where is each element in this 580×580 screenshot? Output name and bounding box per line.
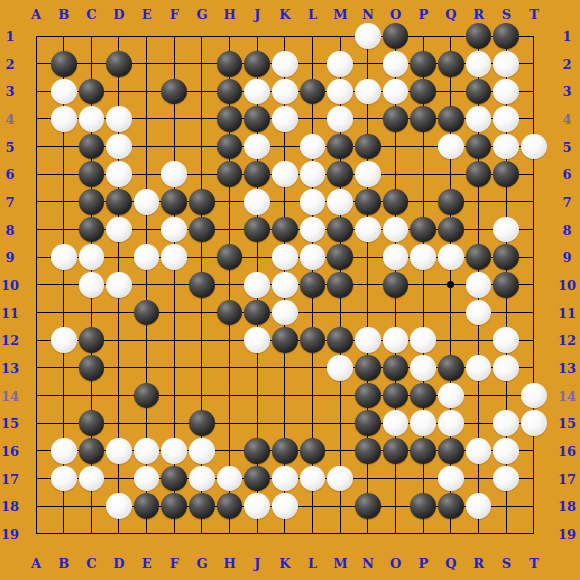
- intersection-P6[interactable]: [409, 160, 437, 188]
- intersection-A2[interactable]: [22, 50, 50, 78]
- intersection-C1[interactable]: [78, 22, 106, 50]
- intersection-C5[interactable]: [78, 133, 106, 161]
- intersection-L13[interactable]: [299, 354, 327, 382]
- intersection-Q15[interactable]: [437, 409, 465, 437]
- intersection-A1[interactable]: [22, 22, 50, 50]
- intersection-N4[interactable]: [354, 105, 382, 133]
- intersection-A19[interactable]: [22, 520, 50, 548]
- intersection-G3[interactable]: [188, 78, 216, 106]
- intersection-N15[interactable]: [354, 409, 382, 437]
- intersection-B11[interactable]: [50, 299, 78, 327]
- intersection-F17[interactable]: [160, 465, 188, 493]
- intersection-R12[interactable]: [465, 326, 493, 354]
- intersection-B2[interactable]: [50, 50, 78, 78]
- intersection-P12[interactable]: [409, 326, 437, 354]
- intersection-G10[interactable]: [188, 271, 216, 299]
- intersection-Q14[interactable]: [437, 382, 465, 410]
- intersection-A14[interactable]: [22, 382, 50, 410]
- intersection-D19[interactable]: [105, 520, 133, 548]
- intersection-R7[interactable]: [465, 188, 493, 216]
- intersection-M11[interactable]: [326, 299, 354, 327]
- intersection-A12[interactable]: [22, 326, 50, 354]
- intersection-S12[interactable]: [492, 326, 520, 354]
- intersection-O2[interactable]: [382, 50, 410, 78]
- intersection-A18[interactable]: [22, 492, 50, 520]
- intersection-P9[interactable]: [409, 243, 437, 271]
- intersection-Q7[interactable]: [437, 188, 465, 216]
- intersection-H9[interactable]: [216, 243, 244, 271]
- intersection-Q1[interactable]: [437, 22, 465, 50]
- intersection-C11[interactable]: [78, 299, 106, 327]
- intersection-F5[interactable]: [160, 133, 188, 161]
- intersection-P14[interactable]: [409, 382, 437, 410]
- intersection-J18[interactable]: [243, 492, 271, 520]
- intersection-R14[interactable]: [465, 382, 493, 410]
- intersection-K14[interactable]: [271, 382, 299, 410]
- intersection-M5[interactable]: [326, 133, 354, 161]
- intersection-D6[interactable]: [105, 160, 133, 188]
- intersection-T8[interactable]: [520, 216, 548, 244]
- intersection-M8[interactable]: [326, 216, 354, 244]
- intersection-J15[interactable]: [243, 409, 271, 437]
- intersection-S10[interactable]: [492, 271, 520, 299]
- intersection-F1[interactable]: [160, 22, 188, 50]
- intersection-K15[interactable]: [271, 409, 299, 437]
- intersection-J3[interactable]: [243, 78, 271, 106]
- intersection-G17[interactable]: [188, 465, 216, 493]
- intersection-B19[interactable]: [50, 520, 78, 548]
- intersection-S2[interactable]: [492, 50, 520, 78]
- intersection-S18[interactable]: [492, 492, 520, 520]
- intersection-M7[interactable]: [326, 188, 354, 216]
- intersection-A16[interactable]: [22, 437, 50, 465]
- intersection-T5[interactable]: [520, 133, 548, 161]
- intersection-L9[interactable]: [299, 243, 327, 271]
- intersection-J13[interactable]: [243, 354, 271, 382]
- intersection-D2[interactable]: [105, 50, 133, 78]
- intersection-F16[interactable]: [160, 437, 188, 465]
- intersection-N19[interactable]: [354, 520, 382, 548]
- intersection-F18[interactable]: [160, 492, 188, 520]
- intersection-O3[interactable]: [382, 78, 410, 106]
- intersection-T17[interactable]: [520, 465, 548, 493]
- intersection-C7[interactable]: [78, 188, 106, 216]
- intersection-G9[interactable]: [188, 243, 216, 271]
- intersection-S14[interactable]: [492, 382, 520, 410]
- intersection-T2[interactable]: [520, 50, 548, 78]
- intersection-K19[interactable]: [271, 520, 299, 548]
- intersection-H13[interactable]: [216, 354, 244, 382]
- intersection-D7[interactable]: [105, 188, 133, 216]
- intersection-T18[interactable]: [520, 492, 548, 520]
- intersection-K10[interactable]: [271, 271, 299, 299]
- intersection-S5[interactable]: [492, 133, 520, 161]
- intersection-S11[interactable]: [492, 299, 520, 327]
- intersection-D10[interactable]: [105, 271, 133, 299]
- intersection-D4[interactable]: [105, 105, 133, 133]
- intersection-N7[interactable]: [354, 188, 382, 216]
- intersection-E11[interactable]: [133, 299, 161, 327]
- intersection-G14[interactable]: [188, 382, 216, 410]
- intersection-M16[interactable]: [326, 437, 354, 465]
- intersection-N8[interactable]: [354, 216, 382, 244]
- intersection-J5[interactable]: [243, 133, 271, 161]
- intersection-G18[interactable]: [188, 492, 216, 520]
- intersection-J9[interactable]: [243, 243, 271, 271]
- intersection-C17[interactable]: [78, 465, 106, 493]
- intersection-E6[interactable]: [133, 160, 161, 188]
- intersection-E16[interactable]: [133, 437, 161, 465]
- intersection-F14[interactable]: [160, 382, 188, 410]
- intersection-O13[interactable]: [382, 354, 410, 382]
- intersection-B5[interactable]: [50, 133, 78, 161]
- intersection-H8[interactable]: [216, 216, 244, 244]
- intersection-R5[interactable]: [465, 133, 493, 161]
- intersection-F9[interactable]: [160, 243, 188, 271]
- intersection-L16[interactable]: [299, 437, 327, 465]
- intersection-D15[interactable]: [105, 409, 133, 437]
- intersection-S17[interactable]: [492, 465, 520, 493]
- intersection-N6[interactable]: [354, 160, 382, 188]
- intersection-R4[interactable]: [465, 105, 493, 133]
- intersection-P10[interactable]: [409, 271, 437, 299]
- intersection-A3[interactable]: [22, 78, 50, 106]
- intersection-O19[interactable]: [382, 520, 410, 548]
- intersection-E3[interactable]: [133, 78, 161, 106]
- intersection-Q13[interactable]: [437, 354, 465, 382]
- intersection-R13[interactable]: [465, 354, 493, 382]
- intersection-A11[interactable]: [22, 299, 50, 327]
- intersection-F4[interactable]: [160, 105, 188, 133]
- intersection-F7[interactable]: [160, 188, 188, 216]
- intersection-J17[interactable]: [243, 465, 271, 493]
- intersection-O18[interactable]: [382, 492, 410, 520]
- intersection-H14[interactable]: [216, 382, 244, 410]
- intersection-F19[interactable]: [160, 520, 188, 548]
- intersection-R8[interactable]: [465, 216, 493, 244]
- intersection-B15[interactable]: [50, 409, 78, 437]
- intersection-S1[interactable]: [492, 22, 520, 50]
- intersection-B9[interactable]: [50, 243, 78, 271]
- intersection-P13[interactable]: [409, 354, 437, 382]
- intersection-T6[interactable]: [520, 160, 548, 188]
- intersection-B14[interactable]: [50, 382, 78, 410]
- intersection-O16[interactable]: [382, 437, 410, 465]
- intersection-R15[interactable]: [465, 409, 493, 437]
- intersection-G5[interactable]: [188, 133, 216, 161]
- intersection-E14[interactable]: [133, 382, 161, 410]
- intersection-A9[interactable]: [22, 243, 50, 271]
- intersection-P11[interactable]: [409, 299, 437, 327]
- intersection-P17[interactable]: [409, 465, 437, 493]
- intersection-L8[interactable]: [299, 216, 327, 244]
- intersection-P16[interactable]: [409, 437, 437, 465]
- intersection-B13[interactable]: [50, 354, 78, 382]
- intersection-J16[interactable]: [243, 437, 271, 465]
- intersection-M4[interactable]: [326, 105, 354, 133]
- intersection-M17[interactable]: [326, 465, 354, 493]
- intersection-O4[interactable]: [382, 105, 410, 133]
- intersection-M10[interactable]: [326, 271, 354, 299]
- intersection-A7[interactable]: [22, 188, 50, 216]
- intersection-C14[interactable]: [78, 382, 106, 410]
- intersection-C9[interactable]: [78, 243, 106, 271]
- intersection-T1[interactable]: [520, 22, 548, 50]
- intersection-L14[interactable]: [299, 382, 327, 410]
- intersection-B3[interactable]: [50, 78, 78, 106]
- intersection-O9[interactable]: [382, 243, 410, 271]
- intersection-B1[interactable]: [50, 22, 78, 50]
- intersection-O7[interactable]: [382, 188, 410, 216]
- intersection-E7[interactable]: [133, 188, 161, 216]
- intersection-S16[interactable]: [492, 437, 520, 465]
- intersection-K1[interactable]: [271, 22, 299, 50]
- intersection-B17[interactable]: [50, 465, 78, 493]
- intersection-E10[interactable]: [133, 271, 161, 299]
- intersection-E5[interactable]: [133, 133, 161, 161]
- intersection-N12[interactable]: [354, 326, 382, 354]
- intersection-O5[interactable]: [382, 133, 410, 161]
- intersection-S8[interactable]: [492, 216, 520, 244]
- intersection-J2[interactable]: [243, 50, 271, 78]
- intersection-L3[interactable]: [299, 78, 327, 106]
- intersection-M13[interactable]: [326, 354, 354, 382]
- intersection-Q2[interactable]: [437, 50, 465, 78]
- intersection-P3[interactable]: [409, 78, 437, 106]
- intersection-G1[interactable]: [188, 22, 216, 50]
- intersection-K6[interactable]: [271, 160, 299, 188]
- intersection-R1[interactable]: [465, 22, 493, 50]
- intersection-F11[interactable]: [160, 299, 188, 327]
- intersection-P4[interactable]: [409, 105, 437, 133]
- intersection-N17[interactable]: [354, 465, 382, 493]
- intersection-A17[interactable]: [22, 465, 50, 493]
- intersection-M9[interactable]: [326, 243, 354, 271]
- intersection-N10[interactable]: [354, 271, 382, 299]
- intersection-H15[interactable]: [216, 409, 244, 437]
- intersection-P15[interactable]: [409, 409, 437, 437]
- intersection-N9[interactable]: [354, 243, 382, 271]
- intersection-O15[interactable]: [382, 409, 410, 437]
- intersection-R3[interactable]: [465, 78, 493, 106]
- intersection-E9[interactable]: [133, 243, 161, 271]
- intersection-L6[interactable]: [299, 160, 327, 188]
- intersection-R2[interactable]: [465, 50, 493, 78]
- intersection-H7[interactable]: [216, 188, 244, 216]
- intersection-Q11[interactable]: [437, 299, 465, 327]
- intersection-K2[interactable]: [271, 50, 299, 78]
- intersection-J1[interactable]: [243, 22, 271, 50]
- intersection-C18[interactable]: [78, 492, 106, 520]
- intersection-S19[interactable]: [492, 520, 520, 548]
- intersection-K13[interactable]: [271, 354, 299, 382]
- intersection-J4[interactable]: [243, 105, 271, 133]
- intersection-L1[interactable]: [299, 22, 327, 50]
- intersection-T10[interactable]: [520, 271, 548, 299]
- intersection-K18[interactable]: [271, 492, 299, 520]
- intersection-Q8[interactable]: [437, 216, 465, 244]
- intersection-D17[interactable]: [105, 465, 133, 493]
- intersection-J12[interactable]: [243, 326, 271, 354]
- intersection-F2[interactable]: [160, 50, 188, 78]
- intersection-F15[interactable]: [160, 409, 188, 437]
- intersection-D18[interactable]: [105, 492, 133, 520]
- intersection-C15[interactable]: [78, 409, 106, 437]
- intersection-O14[interactable]: [382, 382, 410, 410]
- intersection-T19[interactable]: [520, 520, 548, 548]
- intersection-N3[interactable]: [354, 78, 382, 106]
- intersection-E17[interactable]: [133, 465, 161, 493]
- intersection-G4[interactable]: [188, 105, 216, 133]
- intersection-O6[interactable]: [382, 160, 410, 188]
- intersection-D14[interactable]: [105, 382, 133, 410]
- intersection-C3[interactable]: [78, 78, 106, 106]
- intersection-H4[interactable]: [216, 105, 244, 133]
- intersection-Q12[interactable]: [437, 326, 465, 354]
- intersection-Q10[interactable]: [437, 271, 465, 299]
- intersection-A4[interactable]: [22, 105, 50, 133]
- intersection-L5[interactable]: [299, 133, 327, 161]
- intersection-B4[interactable]: [50, 105, 78, 133]
- intersection-D12[interactable]: [105, 326, 133, 354]
- intersection-N1[interactable]: [354, 22, 382, 50]
- intersection-R10[interactable]: [465, 271, 493, 299]
- intersection-D11[interactable]: [105, 299, 133, 327]
- intersection-K16[interactable]: [271, 437, 299, 465]
- intersection-A13[interactable]: [22, 354, 50, 382]
- intersection-G8[interactable]: [188, 216, 216, 244]
- intersection-H10[interactable]: [216, 271, 244, 299]
- intersection-S4[interactable]: [492, 105, 520, 133]
- intersection-L10[interactable]: [299, 271, 327, 299]
- intersection-G6[interactable]: [188, 160, 216, 188]
- intersection-B7[interactable]: [50, 188, 78, 216]
- intersection-H1[interactable]: [216, 22, 244, 50]
- intersection-S9[interactable]: [492, 243, 520, 271]
- intersection-B6[interactable]: [50, 160, 78, 188]
- intersection-L19[interactable]: [299, 520, 327, 548]
- intersection-K12[interactable]: [271, 326, 299, 354]
- intersection-N16[interactable]: [354, 437, 382, 465]
- intersection-C6[interactable]: [78, 160, 106, 188]
- intersection-E8[interactable]: [133, 216, 161, 244]
- intersection-E4[interactable]: [133, 105, 161, 133]
- intersection-T14[interactable]: [520, 382, 548, 410]
- intersection-D16[interactable]: [105, 437, 133, 465]
- intersection-C8[interactable]: [78, 216, 106, 244]
- intersection-N11[interactable]: [354, 299, 382, 327]
- intersection-A8[interactable]: [22, 216, 50, 244]
- intersection-E1[interactable]: [133, 22, 161, 50]
- intersection-R11[interactable]: [465, 299, 493, 327]
- intersection-K9[interactable]: [271, 243, 299, 271]
- intersection-Q4[interactable]: [437, 105, 465, 133]
- intersection-B18[interactable]: [50, 492, 78, 520]
- intersection-K5[interactable]: [271, 133, 299, 161]
- intersection-E2[interactable]: [133, 50, 161, 78]
- intersection-L17[interactable]: [299, 465, 327, 493]
- intersection-M14[interactable]: [326, 382, 354, 410]
- intersection-T12[interactable]: [520, 326, 548, 354]
- intersection-A10[interactable]: [22, 271, 50, 299]
- intersection-M1[interactable]: [326, 22, 354, 50]
- intersection-T11[interactable]: [520, 299, 548, 327]
- intersection-Q9[interactable]: [437, 243, 465, 271]
- intersection-P1[interactable]: [409, 22, 437, 50]
- intersection-O8[interactable]: [382, 216, 410, 244]
- intersection-C12[interactable]: [78, 326, 106, 354]
- intersection-M2[interactable]: [326, 50, 354, 78]
- intersection-J11[interactable]: [243, 299, 271, 327]
- intersection-H12[interactable]: [216, 326, 244, 354]
- intersection-T15[interactable]: [520, 409, 548, 437]
- intersection-M18[interactable]: [326, 492, 354, 520]
- intersection-R17[interactable]: [465, 465, 493, 493]
- intersection-Q6[interactable]: [437, 160, 465, 188]
- intersection-O12[interactable]: [382, 326, 410, 354]
- intersection-E13[interactable]: [133, 354, 161, 382]
- intersection-H11[interactable]: [216, 299, 244, 327]
- intersection-A5[interactable]: [22, 133, 50, 161]
- intersection-F8[interactable]: [160, 216, 188, 244]
- intersection-C10[interactable]: [78, 271, 106, 299]
- intersection-E12[interactable]: [133, 326, 161, 354]
- intersection-K17[interactable]: [271, 465, 299, 493]
- intersection-M15[interactable]: [326, 409, 354, 437]
- intersection-S6[interactable]: [492, 160, 520, 188]
- intersection-T7[interactable]: [520, 188, 548, 216]
- intersection-H3[interactable]: [216, 78, 244, 106]
- intersection-O11[interactable]: [382, 299, 410, 327]
- intersection-L4[interactable]: [299, 105, 327, 133]
- intersection-D1[interactable]: [105, 22, 133, 50]
- intersection-E18[interactable]: [133, 492, 161, 520]
- intersection-G15[interactable]: [188, 409, 216, 437]
- intersection-C16[interactable]: [78, 437, 106, 465]
- intersection-R19[interactable]: [465, 520, 493, 548]
- intersection-R18[interactable]: [465, 492, 493, 520]
- intersection-J14[interactable]: [243, 382, 271, 410]
- intersection-K3[interactable]: [271, 78, 299, 106]
- intersection-L7[interactable]: [299, 188, 327, 216]
- intersection-Q5[interactable]: [437, 133, 465, 161]
- intersection-L11[interactable]: [299, 299, 327, 327]
- intersection-M6[interactable]: [326, 160, 354, 188]
- intersection-P7[interactable]: [409, 188, 437, 216]
- intersection-C2[interactable]: [78, 50, 106, 78]
- intersection-S15[interactable]: [492, 409, 520, 437]
- intersection-R9[interactable]: [465, 243, 493, 271]
- intersection-O17[interactable]: [382, 465, 410, 493]
- intersection-A6[interactable]: [22, 160, 50, 188]
- intersection-H18[interactable]: [216, 492, 244, 520]
- intersection-G13[interactable]: [188, 354, 216, 382]
- intersection-M19[interactable]: [326, 520, 354, 548]
- intersection-A15[interactable]: [22, 409, 50, 437]
- intersection-S3[interactable]: [492, 78, 520, 106]
- intersection-L2[interactable]: [299, 50, 327, 78]
- intersection-G16[interactable]: [188, 437, 216, 465]
- intersection-K8[interactable]: [271, 216, 299, 244]
- intersection-N18[interactable]: [354, 492, 382, 520]
- intersection-H17[interactable]: [216, 465, 244, 493]
- go-board[interactable]: [22, 22, 547, 547]
- intersection-J8[interactable]: [243, 216, 271, 244]
- intersection-N13[interactable]: [354, 354, 382, 382]
- intersection-D9[interactable]: [105, 243, 133, 271]
- intersection-D13[interactable]: [105, 354, 133, 382]
- intersection-J19[interactable]: [243, 520, 271, 548]
